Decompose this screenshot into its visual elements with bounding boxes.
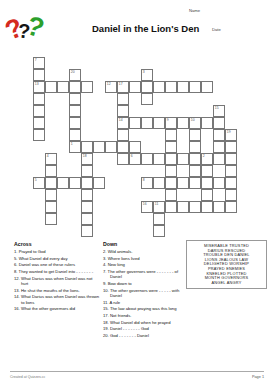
grid-cell[interactable] [117, 129, 129, 141]
clue-number: 10 [191, 118, 195, 122]
grid-cell[interactable] [225, 153, 237, 165]
grid-cell[interactable] [153, 177, 165, 189]
grid-cell[interactable] [81, 177, 93, 189]
grid-cell[interactable] [177, 177, 189, 189]
grid-cell[interactable] [57, 81, 69, 93]
grid-cell[interactable] [189, 177, 201, 189]
grid-cell[interactable] [165, 81, 177, 93]
grid-cell[interactable] [141, 81, 153, 93]
down-clues: Down 2. Wild animals.3. Where lions live… [103, 241, 183, 340]
grid-cell[interactable]: 11 [153, 201, 165, 213]
down-clue-list: 2. Wild animals.3. Where lions lived4. N… [103, 249, 183, 338]
grid-cell[interactable] [189, 165, 201, 177]
grid-cell[interactable] [177, 81, 189, 93]
grid-cell[interactable] [45, 201, 57, 213]
grid-cell[interactable] [189, 201, 201, 213]
word-bank: MISERABLE TRUSTEDDARIUS RESCUEDTROUBLE D… [186, 240, 267, 289]
grid-cell[interactable] [201, 189, 213, 201]
grid-cell[interactable]: 19 [225, 129, 237, 141]
grid-cell[interactable] [93, 141, 105, 153]
grid-cell[interactable] [69, 117, 81, 129]
grid-cell[interactable]: 8 [141, 177, 153, 189]
grid-cell[interactable] [141, 153, 153, 165]
grid-cell[interactable]: 3 [141, 69, 153, 81]
across-clue-list: 1. Prayed to God5. What Daniel did every… [14, 249, 100, 312]
grid-cell[interactable]: 1 [69, 141, 81, 153]
clue-item: 13. He shut the mouths of the lions. [14, 288, 100, 293]
grid-cell[interactable] [165, 141, 177, 153]
clue-number: 14 [119, 118, 123, 122]
grid-cell[interactable] [69, 105, 81, 117]
grid-cell[interactable] [189, 141, 201, 153]
clue-item: 17. Not friends. [103, 313, 183, 318]
grid-cell[interactable] [45, 213, 57, 225]
grid-cell[interactable] [225, 189, 237, 201]
clue-number: 13 [35, 82, 39, 86]
grid-cell[interactable] [81, 141, 93, 153]
clue-item: 12. What Darius was when Daniel was not … [14, 276, 100, 287]
grid-cell[interactable] [189, 81, 201, 93]
clue-item: 7. The other governors were - - - - - - … [103, 269, 183, 280]
grid-cell[interactable]: 4 [45, 153, 57, 165]
grid-cell[interactable] [213, 117, 225, 129]
grid-cell[interactable] [201, 81, 213, 93]
grid-cell[interactable] [213, 141, 225, 153]
grid-cell[interactable] [165, 165, 177, 177]
grid-cell[interactable] [213, 201, 225, 213]
grid-cell[interactable] [153, 153, 165, 165]
grid-cell[interactable] [225, 141, 237, 153]
grid-cell[interactable]: 6 [129, 153, 141, 165]
grid-cell[interactable] [45, 81, 57, 93]
grid-cell[interactable]: 10 [189, 117, 201, 129]
grid-cell[interactable] [69, 81, 81, 93]
clue-item: 15. The law about praying was this long [103, 306, 183, 311]
down-heading: Down [103, 241, 183, 247]
clue-item: 6. Daniel was one of these rulers [14, 262, 100, 267]
clue-number: 19 [227, 130, 231, 134]
grid-cell[interactable] [45, 189, 57, 201]
clue-number: 12 [107, 82, 111, 86]
clue-number: 11 [155, 202, 159, 206]
clue-number: 15 [215, 106, 219, 110]
clue-number: 9 [167, 118, 169, 122]
clue-item: 18. What Daniel did when he prayed [103, 320, 183, 325]
grid-cell[interactable] [201, 165, 213, 177]
clue-number: 7 [35, 58, 37, 62]
name-label: Name [189, 8, 200, 13]
clue-number: 18 [83, 154, 87, 158]
grid-cell[interactable] [177, 117, 189, 129]
clue-number: 16 [143, 202, 147, 206]
grid-cell[interactable] [81, 225, 93, 237]
clue-item: 8. They wanted to get Daniel into - - - … [14, 269, 100, 274]
page-title: Daniel in the Lion's Den [92, 23, 199, 34]
grid-cell[interactable] [33, 129, 45, 141]
grid-cell[interactable] [141, 117, 153, 129]
grid-cell[interactable] [69, 177, 81, 189]
clue-item: 16. What the other governors did [14, 306, 100, 311]
footer-credit: Created at Quizzes.cc [10, 375, 45, 379]
grid-cell[interactable] [33, 105, 45, 117]
grid-cell[interactable] [165, 129, 177, 141]
grid-cell[interactable] [45, 177, 57, 189]
grid-cell[interactable] [225, 201, 237, 213]
grid-cell[interactable]: 18 [81, 153, 93, 165]
clue-item: 2. Wild animals. [103, 249, 183, 254]
grid-cell[interactable] [117, 141, 129, 153]
footer-divider [10, 371, 264, 372]
grid-cell[interactable] [105, 141, 117, 153]
grid-cell[interactable] [225, 177, 237, 189]
clue-item: 20. God - - - - - - - Daniel [103, 333, 183, 338]
clue-item: 4. New king [103, 262, 183, 267]
grid-cell[interactable]: 14 [117, 117, 129, 129]
grid-cell[interactable] [69, 129, 81, 141]
across-heading: Across [14, 241, 100, 247]
grid-cell[interactable] [117, 153, 129, 165]
grid-cell[interactable]: 7 [33, 57, 45, 69]
question-marks-logo: ? ? ? [6, 12, 46, 50]
grid-cell[interactable] [201, 201, 213, 213]
grid-cell[interactable] [201, 177, 213, 189]
grid-cell[interactable] [81, 81, 93, 93]
grid-cell[interactable] [165, 189, 177, 201]
grid-cell[interactable] [153, 213, 165, 225]
worksheet-page: ? ? ? Daniel in the Lion's Den Name Date… [0, 0, 274, 388]
grid-cell[interactable]: 2 [201, 153, 213, 165]
clue-number: 6 [131, 154, 133, 158]
grid-cell[interactable] [45, 165, 57, 177]
grid-cell[interactable]: 12 [105, 81, 117, 93]
clue-item: 3. Where lions lived [103, 256, 183, 261]
grid-cell[interactable] [225, 165, 237, 177]
grid-cell[interactable] [153, 225, 165, 237]
clue-number: 4 [47, 154, 49, 158]
grid-cell[interactable] [33, 117, 45, 129]
grid-cell[interactable] [81, 189, 93, 201]
clue-item: 11. A rule [103, 300, 183, 305]
grid-cell[interactable] [69, 93, 81, 105]
grid-cell[interactable] [33, 69, 45, 81]
clue-number: 17 [119, 82, 123, 86]
grid-cell[interactable]: 15 [213, 105, 225, 117]
across-clues: Across 1. Prayed to God5. What Daniel di… [14, 241, 100, 313]
grid-cell[interactable] [81, 201, 93, 213]
grid-cell[interactable] [213, 129, 225, 141]
grid-cell[interactable]: 20 [69, 69, 81, 81]
clue-number: 5 [35, 178, 37, 182]
clue-number: 3 [143, 70, 145, 74]
clue-number: 8 [143, 178, 145, 182]
clue-item: 14. What Darius was when Daniel was thro… [14, 294, 100, 305]
grid-cell[interactable] [129, 117, 141, 129]
grid-cell[interactable]: 9 [165, 117, 177, 129]
grid-cell[interactable] [81, 165, 93, 177]
grid-cell[interactable] [201, 117, 213, 129]
grid-cell[interactable]: 17 [117, 81, 129, 93]
word-bank-line: ANGEL ANGRY [188, 281, 265, 286]
grid-cell[interactable] [189, 129, 201, 141]
grid-cell[interactable] [177, 153, 189, 165]
grid-cell[interactable] [165, 153, 177, 165]
grid-cell[interactable] [189, 153, 201, 165]
grid-cell[interactable] [129, 81, 141, 93]
clue-item: 5. What Daniel did every day [14, 256, 100, 261]
grid-cell[interactable] [81, 213, 93, 225]
grid-cell[interactable]: 13 [33, 81, 45, 93]
grid-cell[interactable] [141, 93, 153, 105]
clue-item: 9. Bow down to [103, 281, 183, 286]
grid-cell[interactable]: 5 [33, 177, 45, 189]
grid-cell[interactable] [153, 81, 165, 93]
clue-number: 20 [71, 70, 75, 74]
grid-cell[interactable] [165, 201, 177, 213]
date-label: Date [212, 27, 221, 32]
clue-item: 19. Daniel - - - - - - - God [103, 326, 183, 331]
grid-cell[interactable] [117, 93, 129, 105]
grid-cell[interactable] [153, 117, 165, 129]
grid-cell[interactable] [93, 177, 105, 189]
clue-item: 10. The other governors were - - - - - w… [103, 288, 183, 299]
green-question-mark-icon: ? [23, 12, 47, 43]
grid-cell[interactable] [177, 201, 189, 213]
clue-item: 1. Prayed to God [14, 249, 100, 254]
clue-number: 1 [71, 142, 73, 146]
grid-cell[interactable] [117, 105, 129, 117]
clue-number: 2 [203, 154, 205, 158]
grid-cell[interactable] [165, 177, 177, 189]
grid-cell[interactable] [33, 93, 45, 105]
grid-cell[interactable] [129, 141, 141, 153]
grid-cell[interactable]: 16 [141, 201, 153, 213]
grid-cell[interactable] [57, 177, 69, 189]
page-number: Page 1 [252, 375, 264, 379]
grid-cell[interactable] [213, 177, 225, 189]
grid-cell[interactable] [213, 153, 225, 165]
crossword-grid: 7203131217151491019141862581611 [33, 57, 237, 237]
